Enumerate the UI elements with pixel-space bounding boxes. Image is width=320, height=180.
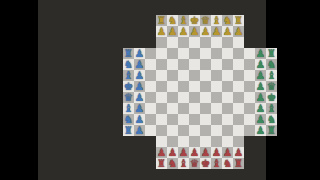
square-g3[interactable] [189,136,200,147]
piece-blue-pawn[interactable]: ♟ [135,103,144,114]
square-d8[interactable] [156,81,167,92]
square-f9[interactable] [178,70,189,81]
piece-yellow-king[interactable]: ♚ [190,15,199,26]
square-g9[interactable] [189,70,200,81]
piece-blue-king[interactable]: ♚ [124,81,133,92]
square-h2[interactable]: ♟ [200,147,211,158]
square-a8[interactable]: ♚ [123,81,134,92]
square-i8[interactable] [211,81,222,92]
square-f6[interactable] [178,103,189,114]
square-f10[interactable] [178,59,189,70]
removed-corner-cell [134,26,145,37]
piece-red-pawn[interactable]: ♟ [157,147,166,158]
removed-corner-cell [266,136,277,147]
square-h9[interactable] [200,70,211,81]
square-j1[interactable]: ♞ [222,158,233,169]
square-d2[interactable]: ♟ [156,147,167,158]
piece-green-pawn[interactable]: ♟ [256,70,265,81]
removed-corner-cell [123,136,134,147]
square-f11[interactable] [178,48,189,59]
square-k1[interactable]: ♜ [233,158,244,169]
square-b9[interactable]: ♟ [134,70,145,81]
square-l11[interactable] [244,48,255,59]
removed-corner-cell [255,158,266,169]
removed-corner-cell [255,15,266,26]
square-m7[interactable]: ♟ [255,92,266,103]
square-e11[interactable] [167,48,178,59]
square-n10[interactable]: ♞ [266,59,277,70]
square-j3[interactable] [222,136,233,147]
square-a7[interactable]: ♛ [123,92,134,103]
square-d6[interactable] [156,103,167,114]
square-e9[interactable] [167,70,178,81]
piece-blue-pawn[interactable]: ♟ [135,70,144,81]
square-i13[interactable]: ♟ [211,26,222,37]
square-d13[interactable]: ♟ [156,26,167,37]
removed-corner-cell [145,26,156,37]
piece-blue-bishop[interactable]: ♝ [124,70,133,81]
square-e6[interactable] [167,103,178,114]
piece-blue-rook[interactable]: ♜ [124,48,133,59]
square-e7[interactable] [167,92,178,103]
piece-red-rook[interactable]: ♜ [157,158,166,169]
piece-yellow-bishop[interactable]: ♝ [179,15,188,26]
square-k11[interactable] [233,48,244,59]
square-n6[interactable]: ♝ [266,103,277,114]
removed-corner-cell [255,37,266,48]
square-f2[interactable]: ♟ [178,147,189,158]
piece-blue-pawn[interactable]: ♟ [135,92,144,103]
square-k14[interactable]: ♜ [233,15,244,26]
square-h4[interactable] [200,125,211,136]
piece-red-queen[interactable]: ♛ [190,158,199,169]
square-j11[interactable] [222,48,233,59]
four-player-chess-board: ♜♞♝♚♛♝♞♜♟♟♟♟♟♟♟♟♜♟♟♜♞♟♟♞♝♟♟♝♚♟♟♛♛♟♟♚♝♟♟♝… [123,15,277,169]
square-m11[interactable]: ♟ [255,48,266,59]
square-g4[interactable] [189,125,200,136]
piece-yellow-bishop[interactable]: ♝ [212,15,221,26]
square-k10[interactable] [233,59,244,70]
square-g2[interactable]: ♟ [189,147,200,158]
removed-corner-cell [266,26,277,37]
piece-yellow-pawn[interactable]: ♟ [234,26,243,37]
square-j9[interactable] [222,70,233,81]
square-c9[interactable] [145,70,156,81]
square-j12[interactable] [222,37,233,48]
removed-corner-cell [244,147,255,158]
square-j6[interactable] [222,103,233,114]
square-c8[interactable] [145,81,156,92]
piece-green-pawn[interactable]: ♟ [256,48,265,59]
square-h3[interactable] [200,136,211,147]
square-k2[interactable]: ♟ [233,147,244,158]
removed-corner-cell [266,158,277,169]
removed-corner-cell [266,147,277,158]
square-d10[interactable] [156,59,167,70]
square-f13[interactable]: ♟ [178,26,189,37]
square-e14[interactable]: ♞ [167,15,178,26]
piece-yellow-pawn[interactable]: ♟ [223,26,232,37]
removed-corner-cell [244,158,255,169]
square-h13[interactable]: ♟ [200,26,211,37]
removed-corner-cell [145,147,156,158]
piece-blue-pawn[interactable]: ♟ [135,125,144,136]
square-d12[interactable] [156,37,167,48]
piece-green-king[interactable]: ♚ [267,92,276,103]
square-h7[interactable] [200,92,211,103]
removed-corner-cell [134,136,145,147]
square-m9[interactable]: ♟ [255,70,266,81]
piece-blue-pawn[interactable]: ♟ [135,59,144,70]
square-j7[interactable] [222,92,233,103]
square-e1[interactable]: ♞ [167,158,178,169]
piece-yellow-queen[interactable]: ♛ [201,15,210,26]
square-e4[interactable] [167,125,178,136]
removed-corner-cell [255,136,266,147]
square-b8[interactable]: ♟ [134,81,145,92]
square-e2[interactable]: ♟ [167,147,178,158]
square-f14[interactable]: ♝ [178,15,189,26]
piece-red-pawn[interactable]: ♟ [179,147,188,158]
square-h14[interactable]: ♛ [200,15,211,26]
square-d3[interactable] [156,136,167,147]
square-d5[interactable] [156,114,167,125]
square-k4[interactable] [233,125,244,136]
square-j5[interactable] [222,114,233,125]
piece-yellow-pawn[interactable]: ♟ [212,26,221,37]
square-n5[interactable]: ♞ [266,114,277,125]
square-n9[interactable]: ♝ [266,70,277,81]
square-f3[interactable] [178,136,189,147]
square-h12[interactable] [200,37,211,48]
square-c10[interactable] [145,59,156,70]
piece-green-pawn[interactable]: ♟ [256,125,265,136]
square-h5[interactable] [200,114,211,125]
square-b4[interactable]: ♟ [134,125,145,136]
piece-green-pawn[interactable]: ♟ [256,59,265,70]
piece-red-pawn[interactable]: ♟ [201,147,210,158]
removed-corner-cell [244,37,255,48]
piece-green-pawn[interactable]: ♟ [256,81,265,92]
removed-corner-cell [134,147,145,158]
removed-corner-cell [145,136,156,147]
square-f8[interactable] [178,81,189,92]
square-k6[interactable] [233,103,244,114]
square-b10[interactable]: ♟ [134,59,145,70]
square-e3[interactable] [167,136,178,147]
piece-red-pawn[interactable]: ♟ [234,147,243,158]
square-k8[interactable] [233,81,244,92]
square-m6[interactable]: ♟ [255,103,266,114]
square-i11[interactable] [211,48,222,59]
removed-corner-cell [255,147,266,158]
square-f12[interactable] [178,37,189,48]
square-e5[interactable] [167,114,178,125]
square-g10[interactable] [189,59,200,70]
square-j2[interactable]: ♟ [222,147,233,158]
removed-corner-cell [244,136,255,147]
piece-blue-knight[interactable]: ♞ [124,114,133,125]
square-g12[interactable] [189,37,200,48]
app-background: ♜♞♝♚♛♝♞♜♟♟♟♟♟♟♟♟♜♟♟♜♞♟♟♞♝♟♟♝♚♟♟♛♛♟♟♚♝♟♟♝… [38,0,266,180]
piece-blue-pawn[interactable]: ♟ [135,114,144,125]
square-l10[interactable] [244,59,255,70]
square-j10[interactable] [222,59,233,70]
square-k5[interactable] [233,114,244,125]
square-g5[interactable] [189,114,200,125]
piece-green-knight[interactable]: ♞ [267,114,276,125]
square-i12[interactable] [211,37,222,48]
removed-corner-cell [145,15,156,26]
square-i3[interactable] [211,136,222,147]
removed-corner-cell [244,15,255,26]
square-i10[interactable] [211,59,222,70]
square-a10[interactable]: ♞ [123,59,134,70]
square-c5[interactable] [145,114,156,125]
piece-red-pawn[interactable]: ♟ [190,147,199,158]
square-e8[interactable] [167,81,178,92]
square-k9[interactable] [233,70,244,81]
square-a4[interactable]: ♜ [123,125,134,136]
square-e10[interactable] [167,59,178,70]
square-g7[interactable] [189,92,200,103]
removed-corner-cell [123,147,134,158]
square-f1[interactable]: ♝ [178,158,189,169]
square-j14[interactable]: ♞ [222,15,233,26]
piece-green-rook[interactable]: ♜ [267,48,276,59]
square-i9[interactable] [211,70,222,81]
piece-red-knight[interactable]: ♞ [223,158,232,169]
removed-corner-cell [123,158,134,169]
piece-yellow-pawn[interactable]: ♟ [168,26,177,37]
square-h1[interactable]: ♚ [200,158,211,169]
square-d14[interactable]: ♜ [156,15,167,26]
square-g8[interactable] [189,81,200,92]
square-j13[interactable]: ♟ [222,26,233,37]
square-m5[interactable]: ♟ [255,114,266,125]
piece-red-pawn[interactable]: ♟ [212,147,221,158]
square-f7[interactable] [178,92,189,103]
square-k3[interactable] [233,136,244,147]
square-m4[interactable]: ♟ [255,125,266,136]
square-d9[interactable] [156,70,167,81]
square-e13[interactable]: ♟ [167,26,178,37]
piece-blue-queen[interactable]: ♛ [124,92,133,103]
removed-corner-cell [145,158,156,169]
square-l6[interactable] [244,103,255,114]
square-c7[interactable] [145,92,156,103]
square-a5[interactable]: ♞ [123,114,134,125]
square-h6[interactable] [200,103,211,114]
square-b5[interactable]: ♟ [134,114,145,125]
square-a9[interactable]: ♝ [123,70,134,81]
removed-corner-cell [134,15,145,26]
piece-green-pawn[interactable]: ♟ [256,114,265,125]
piece-green-bishop[interactable]: ♝ [267,70,276,81]
removed-corner-cell [266,37,277,48]
square-i7[interactable] [211,92,222,103]
piece-yellow-pawn[interactable]: ♟ [157,26,166,37]
square-k13[interactable]: ♟ [233,26,244,37]
square-l8[interactable] [244,81,255,92]
square-d7[interactable] [156,92,167,103]
square-h11[interactable] [200,48,211,59]
square-b6[interactable]: ♟ [134,103,145,114]
piece-red-bishop[interactable]: ♝ [179,158,188,169]
square-i5[interactable] [211,114,222,125]
piece-red-bishop[interactable]: ♝ [212,158,221,169]
removed-corner-cell [134,37,145,48]
piece-blue-knight[interactable]: ♞ [124,59,133,70]
piece-green-pawn[interactable]: ♟ [256,103,265,114]
square-i1[interactable]: ♝ [211,158,222,169]
square-m8[interactable]: ♟ [255,81,266,92]
square-i4[interactable] [211,125,222,136]
piece-blue-rook[interactable]: ♜ [124,125,133,136]
square-c6[interactable] [145,103,156,114]
square-h8[interactable] [200,81,211,92]
square-n4[interactable]: ♜ [266,125,277,136]
square-l4[interactable] [244,125,255,136]
square-j4[interactable] [222,125,233,136]
square-b11[interactable]: ♟ [134,48,145,59]
square-d1[interactable]: ♜ [156,158,167,169]
piece-yellow-rook[interactable]: ♜ [157,15,166,26]
square-e12[interactable] [167,37,178,48]
square-m10[interactable]: ♟ [255,59,266,70]
square-f5[interactable] [178,114,189,125]
removed-corner-cell [123,15,134,26]
square-a6[interactable]: ♝ [123,103,134,114]
removed-corner-cell [266,15,277,26]
square-l5[interactable] [244,114,255,125]
piece-yellow-pawn[interactable]: ♟ [190,26,199,37]
square-k7[interactable] [233,92,244,103]
piece-red-pawn[interactable]: ♟ [223,147,232,158]
piece-yellow-knight[interactable]: ♞ [168,15,177,26]
square-f4[interactable] [178,125,189,136]
square-l7[interactable] [244,92,255,103]
removed-corner-cell [255,26,266,37]
square-n8[interactable]: ♛ [266,81,277,92]
square-g13[interactable]: ♟ [189,26,200,37]
square-j8[interactable] [222,81,233,92]
square-g1[interactable]: ♛ [189,158,200,169]
square-h10[interactable] [200,59,211,70]
piece-green-queen[interactable]: ♛ [267,81,276,92]
square-i14[interactable]: ♝ [211,15,222,26]
square-c11[interactable] [145,48,156,59]
piece-blue-pawn[interactable]: ♟ [135,81,144,92]
square-g6[interactable] [189,103,200,114]
piece-red-king[interactable]: ♚ [201,158,210,169]
piece-red-rook[interactable]: ♜ [234,158,243,169]
piece-blue-pawn[interactable]: ♟ [135,48,144,59]
removed-corner-cell [134,158,145,169]
square-l9[interactable] [244,70,255,81]
piece-yellow-rook[interactable]: ♜ [234,15,243,26]
piece-green-knight[interactable]: ♞ [267,59,276,70]
piece-green-bishop[interactable]: ♝ [267,103,276,114]
piece-blue-bishop[interactable]: ♝ [124,103,133,114]
removed-corner-cell [145,37,156,48]
piece-green-rook[interactable]: ♜ [267,125,276,136]
piece-red-knight[interactable]: ♞ [168,158,177,169]
piece-green-pawn[interactable]: ♟ [256,92,265,103]
square-c4[interactable] [145,125,156,136]
square-i6[interactable] [211,103,222,114]
square-k12[interactable] [233,37,244,48]
square-b7[interactable]: ♟ [134,92,145,103]
piece-yellow-pawn[interactable]: ♟ [179,26,188,37]
piece-red-pawn[interactable]: ♟ [168,147,177,158]
piece-yellow-pawn[interactable]: ♟ [201,26,210,37]
square-n11[interactable]: ♜ [266,48,277,59]
square-d4[interactable] [156,125,167,136]
piece-yellow-knight[interactable]: ♞ [223,15,232,26]
removed-corner-cell [123,37,134,48]
square-a11[interactable]: ♜ [123,48,134,59]
square-i2[interactable]: ♟ [211,147,222,158]
square-g11[interactable] [189,48,200,59]
square-n7[interactable]: ♚ [266,92,277,103]
removed-corner-cell [244,26,255,37]
square-g14[interactable]: ♚ [189,15,200,26]
removed-corner-cell [123,26,134,37]
square-d11[interactable] [156,48,167,59]
